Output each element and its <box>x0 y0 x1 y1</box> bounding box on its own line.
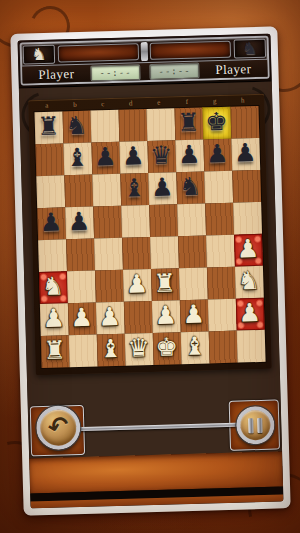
black-king-g8: ♚ <box>205 107 228 138</box>
square-d8[interactable] <box>118 109 147 142</box>
hud-frame: ♞ ♞ Player --:-- --:-- Player <box>20 36 270 86</box>
left-player-clock: --:-- <box>90 64 140 81</box>
square-e7[interactable]: ♛ <box>147 140 176 173</box>
square-c7[interactable]: ♟ <box>91 142 120 175</box>
square-c2[interactable]: ♟ <box>95 302 124 335</box>
white-queen-d1: ♛ <box>127 333 150 364</box>
app-screenshot: ♞ ♞ Player --:-- --:-- Player <box>0 0 300 533</box>
hud-center-divider <box>141 42 149 61</box>
square-b7[interactable]: ♝ <box>63 143 92 176</box>
white-knight-h3: ♞ <box>237 266 260 297</box>
right-player-name: Player <box>199 60 267 78</box>
left-player-name: Player <box>22 65 90 83</box>
square-f5[interactable] <box>177 203 206 236</box>
controls: ↶ <box>28 395 282 458</box>
square-b3[interactable] <box>66 271 95 304</box>
square-e4[interactable] <box>150 236 179 269</box>
square-h7[interactable]: ♟ <box>231 138 260 171</box>
white-rook-a1: ♜ <box>43 335 66 366</box>
board-frame: abcdefgh ♜♞♜♚♝♟♟♛♟♟♟♝♟♞♟♟♟♞♟♜♞♟♟♟♟♟♟♜♝♛♚… <box>28 94 272 375</box>
square-f2[interactable]: ♟ <box>179 299 208 332</box>
square-h6[interactable] <box>232 170 261 203</box>
square-b5[interactable]: ♟ <box>65 207 94 240</box>
square-a4[interactable] <box>38 239 67 272</box>
white-knight-icon: ♞ <box>23 45 56 65</box>
black-rook-a8: ♜ <box>37 111 60 142</box>
square-e8[interactable] <box>146 108 175 141</box>
square-d4[interactable] <box>122 237 151 270</box>
white-pawn-f2: ♟ <box>182 300 205 331</box>
white-pawn-d3: ♟ <box>125 269 148 300</box>
white-pawn-c2: ♟ <box>98 302 121 333</box>
black-bishop-d6: ♝ <box>123 173 146 204</box>
square-b8[interactable]: ♞ <box>62 111 91 144</box>
white-bishop-f1: ♝ <box>183 331 206 362</box>
file-label-h: h <box>229 95 257 106</box>
square-h4[interactable]: ♟ <box>234 234 263 267</box>
square-a5[interactable]: ♟ <box>37 207 66 240</box>
square-b1[interactable] <box>68 335 97 368</box>
white-king-e1: ♚ <box>155 332 178 363</box>
file-label-c: c <box>89 99 117 110</box>
square-f7[interactable]: ♟ <box>175 139 204 172</box>
black-pawn-h7: ♟ <box>234 138 257 169</box>
chess-board: ♜♞♜♚♝♟♟♛♟♟♟♝♟♞♟♟♟♞♟♜♞♟♟♟♟♟♟♜♝♛♚♝ <box>33 105 266 369</box>
square-a7[interactable] <box>35 143 64 176</box>
black-knight-b8: ♞ <box>65 111 88 142</box>
square-a2[interactable]: ♟ <box>39 303 68 336</box>
top-hud: ♞ ♞ Player --:-- --:-- Player <box>18 34 272 89</box>
white-pawn-b2: ♟ <box>70 303 93 334</box>
square-e6[interactable]: ♟ <box>148 172 177 205</box>
black-knight-f6: ♞ <box>179 172 202 203</box>
square-g3[interactable] <box>206 267 235 300</box>
square-d7[interactable]: ♟ <box>119 141 148 174</box>
square-a1[interactable]: ♜ <box>40 335 69 368</box>
white-bishop-c1: ♝ <box>99 334 122 365</box>
white-pawn-h4: ♟ <box>236 234 259 265</box>
square-e5[interactable] <box>149 204 178 237</box>
file-label-g: g <box>201 96 229 107</box>
square-b2[interactable]: ♟ <box>67 303 96 336</box>
board-panel: abcdefgh ♜♞♜♚♝♟♟♛♟♟♟♝♟♞♟♟♟♞♟♜♞♟♟♟♟♟♟♜♝♛♚… <box>19 82 282 459</box>
decor-panel-left <box>58 43 139 62</box>
black-pawn-a5: ♟ <box>39 207 62 238</box>
black-queen-e7: ♛ <box>150 140 173 171</box>
square-h2[interactable]: ♟ <box>235 298 264 331</box>
white-pawn-h2: ♟ <box>238 298 261 329</box>
square-g8[interactable]: ♚ <box>202 107 231 140</box>
square-e1[interactable]: ♚ <box>152 332 181 365</box>
file-label-b: b <box>61 100 89 111</box>
file-label-d: d <box>117 98 145 109</box>
square-c8[interactable] <box>90 110 119 143</box>
square-e3[interactable]: ♜ <box>150 268 179 301</box>
square-g1[interactable] <box>208 331 237 364</box>
square-g6[interactable] <box>204 171 233 204</box>
device-frame: ♞ ♞ Player --:-- --:-- Player <box>10 26 290 515</box>
black-knight-glyph: ♞ <box>242 40 258 57</box>
white-knight-a3: ♞ <box>41 271 64 302</box>
file-label-a: a <box>33 100 61 111</box>
white-knight-glyph: ♞ <box>31 46 47 63</box>
black-rook-f8: ♜ <box>177 108 200 139</box>
black-pawn-g7: ♟ <box>206 139 229 170</box>
square-d6[interactable]: ♝ <box>120 173 149 206</box>
black-pawn-c7: ♟ <box>94 142 117 173</box>
black-pawn-f7: ♟ <box>178 140 201 171</box>
square-h3[interactable]: ♞ <box>234 266 263 299</box>
square-g4[interactable] <box>206 235 235 268</box>
square-c4[interactable] <box>94 238 123 271</box>
square-c1[interactable]: ♝ <box>96 334 125 367</box>
black-bishop-b7: ♝ <box>66 143 89 174</box>
square-g7[interactable]: ♟ <box>203 139 232 172</box>
pause-icon <box>248 417 262 432</box>
square-h5[interactable] <box>233 202 262 235</box>
square-h1[interactable] <box>236 330 265 363</box>
right-player-clock: --:-- <box>149 62 199 79</box>
decor-panel-right <box>150 41 231 60</box>
square-b6[interactable] <box>64 175 93 208</box>
white-rook-e3: ♜ <box>153 268 176 299</box>
square-d5[interactable] <box>121 205 150 238</box>
square-g2[interactable] <box>207 299 236 332</box>
square-b4[interactable] <box>66 239 95 272</box>
metal-connector-bar <box>54 422 255 432</box>
square-f4[interactable] <box>178 235 207 268</box>
square-d2[interactable] <box>123 301 152 334</box>
black-pawn-b5: ♟ <box>67 207 90 238</box>
square-a3[interactable]: ♞ <box>38 271 67 304</box>
game-screen: ♞ ♞ Player --:-- --:-- Player <box>18 34 284 509</box>
file-label-f: f <box>173 97 201 108</box>
square-c3[interactable] <box>94 270 123 303</box>
black-knight-icon: ♞ <box>234 39 267 59</box>
square-c5[interactable] <box>93 206 122 239</box>
file-label-e: e <box>145 97 173 108</box>
undo-arrow-icon: ↶ <box>45 411 71 440</box>
square-f3[interactable] <box>178 267 207 300</box>
square-e2[interactable]: ♟ <box>151 300 180 333</box>
square-h8[interactable] <box>230 106 259 139</box>
square-f1[interactable]: ♝ <box>180 331 209 364</box>
square-g5[interactable] <box>205 203 234 236</box>
square-f6[interactable]: ♞ <box>176 171 205 204</box>
square-f8[interactable]: ♜ <box>174 107 203 140</box>
black-pawn-e6: ♟ <box>151 172 174 203</box>
white-pawn-e2: ♟ <box>154 300 177 331</box>
black-pawn-d7: ♟ <box>122 141 145 172</box>
square-d3[interactable]: ♟ <box>122 269 151 302</box>
square-c6[interactable] <box>92 174 121 207</box>
square-d1[interactable]: ♛ <box>124 333 153 366</box>
square-a6[interactable] <box>36 175 65 208</box>
square-a8[interactable]: ♜ <box>34 111 63 144</box>
white-pawn-a2: ♟ <box>42 303 65 334</box>
